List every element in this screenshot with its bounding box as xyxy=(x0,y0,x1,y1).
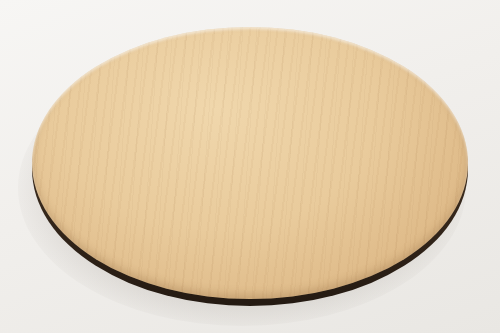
photo-scene xyxy=(0,0,500,333)
aggravation-board xyxy=(32,27,468,299)
